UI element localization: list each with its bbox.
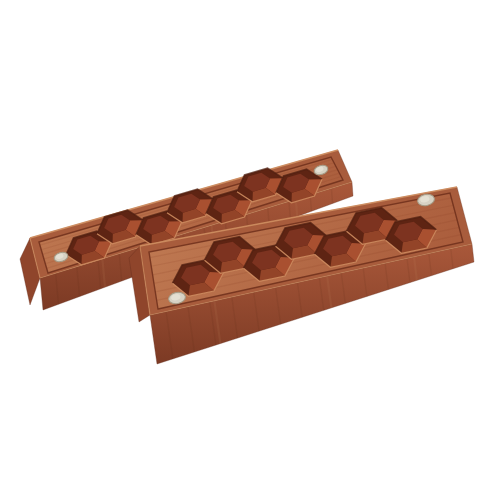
dice-case-scene: [0, 0, 500, 500]
product-photo: [0, 0, 500, 500]
